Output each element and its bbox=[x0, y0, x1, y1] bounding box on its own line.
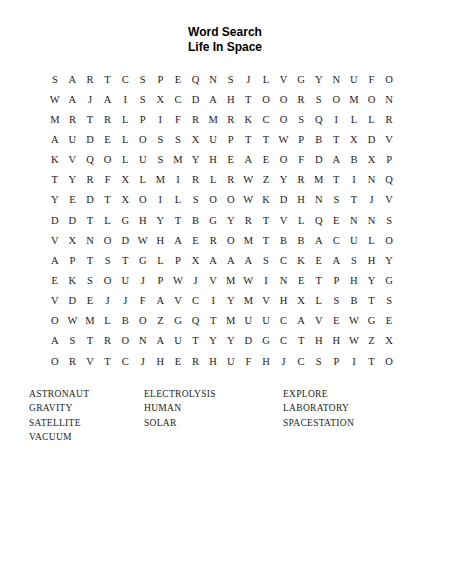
grid-cell-r7c5: X bbox=[116, 190, 134, 210]
grid-cell-r13c2: W bbox=[64, 311, 82, 331]
grid-cell-r15c3: V bbox=[81, 351, 99, 371]
grid-cell-r3c1: M bbox=[46, 109, 64, 129]
grid-cell-r3c9: R bbox=[187, 109, 205, 129]
grid-cell-r1c16: Y bbox=[310, 69, 328, 89]
grid-cell-r13c13: U bbox=[257, 311, 275, 331]
grid-cell-r5c3: Q bbox=[81, 150, 99, 170]
grid-cell-r1c15: G bbox=[292, 69, 310, 89]
grid-cell-r13c14: C bbox=[275, 311, 293, 331]
grid-cell-r12c16: L bbox=[310, 291, 328, 311]
grid-cell-r9c2: X bbox=[64, 230, 82, 250]
grid-cell-r11c12: W bbox=[240, 270, 258, 290]
grid-cell-r6c18: I bbox=[345, 170, 363, 190]
grid-cell-r8c14: V bbox=[275, 210, 293, 230]
grid-cell-r3c13: C bbox=[257, 109, 275, 129]
grid-cell-r14c12: D bbox=[240, 331, 258, 351]
grid-cell-r4c19: D bbox=[363, 129, 381, 149]
grid-cell-r6c11: R bbox=[222, 170, 240, 190]
grid-cell-r9c5: D bbox=[116, 230, 134, 250]
grid-cell-r9c7: H bbox=[152, 230, 170, 250]
grid-cell-r13c6: O bbox=[134, 311, 152, 331]
grid-cell-r4c20: V bbox=[380, 129, 398, 149]
grid-cell-r14c13: G bbox=[257, 331, 275, 351]
grid-cell-r13c10: T bbox=[204, 311, 222, 331]
grid-cell-r1c17: N bbox=[328, 69, 346, 89]
grid-cell-r1c3: R bbox=[81, 69, 99, 89]
grid-cell-r8c16: Q bbox=[310, 210, 328, 230]
grid-cell-r3c19: L bbox=[363, 109, 381, 129]
grid-cell-r7c17: S bbox=[328, 190, 346, 210]
grid-cell-r10c17: A bbox=[328, 250, 346, 270]
grid-cell-r5c12: A bbox=[240, 150, 258, 170]
grid-cell-r6c7: M bbox=[152, 170, 170, 190]
grid-cell-r8c17: E bbox=[328, 210, 346, 230]
grid-cell-r6c8: I bbox=[169, 170, 187, 190]
word-search-grid: SARTCSPEQNSJLVGYNUFOWAJAISXCDAHTOORSOMON… bbox=[46, 69, 398, 371]
grid-cell-r13c7: Z bbox=[152, 311, 170, 331]
grid-cell-r5c7: S bbox=[152, 150, 170, 170]
grid-cell-r7c4: T bbox=[99, 190, 117, 210]
grid-cell-r7c7: I bbox=[152, 190, 170, 210]
grid-cell-r7c13: K bbox=[257, 190, 275, 210]
grid-cell-r1c1: S bbox=[46, 69, 64, 89]
grid-cell-r1c13: L bbox=[257, 69, 275, 89]
grid-cell-r8c19: N bbox=[363, 210, 381, 230]
grid-cell-r15c5: C bbox=[116, 351, 134, 371]
grid-cell-r8c1: D bbox=[46, 210, 64, 230]
grid-cell-r6c4: F bbox=[99, 170, 117, 190]
word-list-item: VACUUM bbox=[29, 430, 89, 444]
grid-cell-r10c6: G bbox=[134, 250, 152, 270]
grid-cell-r13c18: W bbox=[345, 311, 363, 331]
grid-cell-r5c9: Y bbox=[187, 150, 205, 170]
grid-cell-r11c4: O bbox=[99, 270, 117, 290]
grid-cell-r2c9: D bbox=[187, 89, 205, 109]
grid-cell-r5c18: B bbox=[345, 150, 363, 170]
word-list-item: GRAVITY bbox=[29, 401, 89, 415]
grid-cell-r15c13: H bbox=[257, 351, 275, 371]
grid-cell-r8c20: S bbox=[380, 210, 398, 230]
grid-cell-r13c15: A bbox=[292, 311, 310, 331]
word-list-column-1: ASTRONAUTGRAVITYSATELLITEVACUUM bbox=[29, 387, 89, 444]
word-list-item: EXPLORE bbox=[283, 387, 354, 401]
grid-cell-r8c11: Y bbox=[222, 210, 240, 230]
grid-cell-r10c11: A bbox=[222, 250, 240, 270]
grid-cell-r9c12: M bbox=[240, 230, 258, 250]
grid-cell-r12c18: B bbox=[345, 291, 363, 311]
grid-cell-r4c13: T bbox=[257, 129, 275, 149]
grid-cell-r14c3: T bbox=[81, 331, 99, 351]
grid-cell-r13c12: U bbox=[240, 311, 258, 331]
grid-cell-r14c1: A bbox=[46, 331, 64, 351]
grid-cell-r14c19: Z bbox=[363, 331, 381, 351]
grid-cell-r4c9: X bbox=[187, 129, 205, 149]
grid-cell-r3c20: R bbox=[380, 109, 398, 129]
grid-cell-r3c6: P bbox=[134, 109, 152, 129]
grid-cell-r13c11: M bbox=[222, 311, 240, 331]
grid-cell-r4c3: D bbox=[81, 129, 99, 149]
grid-cell-r5c5: L bbox=[116, 150, 134, 170]
grid-cell-r8c9: B bbox=[187, 210, 205, 230]
grid-cell-r2c13: O bbox=[257, 89, 275, 109]
grid-cell-r8c3: T bbox=[81, 210, 99, 230]
grid-cell-r10c7: L bbox=[152, 250, 170, 270]
grid-cell-r5c19: X bbox=[363, 150, 381, 170]
grid-cell-r15c2: R bbox=[64, 351, 82, 371]
grid-cell-r12c13: V bbox=[257, 291, 275, 311]
grid-cell-r3c10: M bbox=[204, 109, 222, 129]
grid-cell-r10c3: T bbox=[81, 250, 99, 270]
grid-cell-r15c6: J bbox=[134, 351, 152, 371]
grid-cell-r6c6: L bbox=[134, 170, 152, 190]
grid-cell-r7c10: O bbox=[204, 190, 222, 210]
word-list-item: SOLAR bbox=[144, 416, 216, 430]
grid-cell-r7c11: O bbox=[222, 190, 240, 210]
grid-cell-r13c3: M bbox=[81, 311, 99, 331]
grid-cell-r6c14: Y bbox=[275, 170, 293, 190]
grid-cell-r13c4: L bbox=[99, 311, 117, 331]
grid-cell-r11c19: Y bbox=[363, 270, 381, 290]
grid-cell-r9c4: O bbox=[99, 230, 117, 250]
grid-cell-r10c18: S bbox=[345, 250, 363, 270]
word-list-item: SATELLITE bbox=[29, 416, 89, 430]
grid-cell-r10c5: T bbox=[116, 250, 134, 270]
grid-cell-r12c12: M bbox=[240, 291, 258, 311]
grid-cell-r12c17: S bbox=[328, 291, 346, 311]
grid-cell-r15c8: E bbox=[169, 351, 187, 371]
grid-cell-r10c12: A bbox=[240, 250, 258, 270]
word-list-item: LABORATORY bbox=[283, 401, 354, 415]
grid-cell-r2c6: S bbox=[134, 89, 152, 109]
grid-cell-r12c19: T bbox=[363, 291, 381, 311]
grid-cell-r4c7: S bbox=[152, 129, 170, 149]
grid-cell-r2c19: O bbox=[363, 89, 381, 109]
grid-cell-r10c8: P bbox=[169, 250, 187, 270]
grid-cell-r7c2: E bbox=[64, 190, 82, 210]
grid-cell-r7c20: V bbox=[380, 190, 398, 210]
grid-cell-r1c12: J bbox=[240, 69, 258, 89]
grid-cell-r12c11: Y bbox=[222, 291, 240, 311]
grid-cell-r13c5: B bbox=[116, 311, 134, 331]
grid-cell-r1c20: O bbox=[380, 69, 398, 89]
grid-cell-r9c20: O bbox=[380, 230, 398, 250]
grid-cell-r14c14: C bbox=[275, 331, 293, 351]
grid-cell-r5c16: D bbox=[310, 150, 328, 170]
grid-cell-r2c7: X bbox=[152, 89, 170, 109]
grid-cell-r7c3: D bbox=[81, 190, 99, 210]
grid-cell-r15c14: J bbox=[275, 351, 293, 371]
grid-cell-r5c11: E bbox=[222, 150, 240, 170]
grid-cell-r9c16: A bbox=[310, 230, 328, 250]
grid-cell-r6c16: M bbox=[310, 170, 328, 190]
grid-cell-r8c4: L bbox=[99, 210, 117, 230]
grid-cell-r2c5: I bbox=[116, 89, 134, 109]
grid-cell-r4c5: L bbox=[116, 129, 134, 149]
grid-cell-r13c17: E bbox=[328, 311, 346, 331]
grid-cell-r3c4: R bbox=[99, 109, 117, 129]
grid-cell-r1c14: V bbox=[275, 69, 293, 89]
grid-cell-r6c9: R bbox=[187, 170, 205, 190]
grid-cell-r12c8: V bbox=[169, 291, 187, 311]
grid-cell-r10c10: A bbox=[204, 250, 222, 270]
word-list-column-2: ELECTROLYSISHUMANSOLAR bbox=[144, 387, 216, 430]
grid-cell-r3c7: I bbox=[152, 109, 170, 129]
grid-cell-r10c14: C bbox=[275, 250, 293, 270]
grid-cell-r1c7: P bbox=[152, 69, 170, 89]
grid-cell-r14c8: U bbox=[169, 331, 187, 351]
grid-cell-r14c16: H bbox=[310, 331, 328, 351]
grid-cell-r7c1: Y bbox=[46, 190, 64, 210]
page-title: Word Search Life In Space bbox=[0, 25, 450, 55]
grid-cell-r10c15: K bbox=[292, 250, 310, 270]
word-list-item: HUMAN bbox=[144, 401, 216, 415]
grid-cell-r9c1: V bbox=[46, 230, 64, 250]
grid-cell-r8c2: D bbox=[64, 210, 82, 230]
grid-cell-r14c5: O bbox=[116, 331, 134, 351]
grid-cell-r11c20: G bbox=[380, 270, 398, 290]
grid-cell-r14c4: R bbox=[99, 331, 117, 351]
grid-cell-r11c10: V bbox=[204, 270, 222, 290]
grid-cell-r5c13: E bbox=[257, 150, 275, 170]
grid-cell-r4c4: E bbox=[99, 129, 117, 149]
grid-cell-r4c10: U bbox=[204, 129, 222, 149]
grid-cell-r1c6: S bbox=[134, 69, 152, 89]
grid-cell-r6c3: R bbox=[81, 170, 99, 190]
grid-cell-r6c10: L bbox=[204, 170, 222, 190]
grid-cell-r11c13: I bbox=[257, 270, 275, 290]
grid-cell-r3c11: R bbox=[222, 109, 240, 129]
grid-cell-r15c12: F bbox=[240, 351, 258, 371]
grid-cell-r6c5: X bbox=[116, 170, 134, 190]
grid-cell-r4c6: O bbox=[134, 129, 152, 149]
grid-cell-r5c2: V bbox=[64, 150, 82, 170]
grid-cell-r14c18: W bbox=[345, 331, 363, 351]
grid-cell-r8c7: Y bbox=[152, 210, 170, 230]
grid-cell-r3c17: I bbox=[328, 109, 346, 129]
grid-cell-r11c17: P bbox=[328, 270, 346, 290]
grid-cell-r7c6: O bbox=[134, 190, 152, 210]
grid-cell-r5c6: U bbox=[134, 150, 152, 170]
grid-cell-r1c18: U bbox=[345, 69, 363, 89]
grid-cell-r2c16: S bbox=[310, 89, 328, 109]
grid-cell-r6c12: W bbox=[240, 170, 258, 190]
grid-cell-r2c3: J bbox=[81, 89, 99, 109]
title-line-1: Word Search bbox=[0, 25, 450, 40]
grid-cell-r14c17: H bbox=[328, 331, 346, 351]
grid-cell-r5c4: O bbox=[99, 150, 117, 170]
grid-cell-r10c1: A bbox=[46, 250, 64, 270]
grid-cell-r15c1: O bbox=[46, 351, 64, 371]
grid-cell-r3c16: Q bbox=[310, 109, 328, 129]
grid-cell-r1c19: F bbox=[363, 69, 381, 89]
grid-cell-r12c3: E bbox=[81, 291, 99, 311]
grid-cell-r9c17: C bbox=[328, 230, 346, 250]
grid-cell-r6c13: Z bbox=[257, 170, 275, 190]
grid-cell-r9c11: O bbox=[222, 230, 240, 250]
grid-cell-r11c14: N bbox=[275, 270, 293, 290]
grid-cell-r15c19: T bbox=[363, 351, 381, 371]
grid-cell-r13c8: G bbox=[169, 311, 187, 331]
grid-cell-r15c20: O bbox=[380, 351, 398, 371]
grid-cell-r1c10: N bbox=[204, 69, 222, 89]
grid-cell-r2c11: H bbox=[222, 89, 240, 109]
grid-cell-r5c10: H bbox=[204, 150, 222, 170]
grid-cell-r1c5: C bbox=[116, 69, 134, 89]
grid-cell-r14c10: Y bbox=[204, 331, 222, 351]
grid-cell-r8c12: R bbox=[240, 210, 258, 230]
grid-cell-r4c16: B bbox=[310, 129, 328, 149]
grid-cell-r12c14: H bbox=[275, 291, 293, 311]
grid-cell-r1c2: A bbox=[64, 69, 82, 89]
grid-cell-r14c7: A bbox=[152, 331, 170, 351]
grid-cell-r11c1: E bbox=[46, 270, 64, 290]
title-line-2: Life In Space bbox=[0, 40, 450, 55]
grid-cell-r2c15: R bbox=[292, 89, 310, 109]
grid-cell-r15c10: H bbox=[204, 351, 222, 371]
grid-cell-r8c15: L bbox=[292, 210, 310, 230]
grid-cell-r5c20: P bbox=[380, 150, 398, 170]
grid-cell-r1c4: T bbox=[99, 69, 117, 89]
grid-cell-r7c15: H bbox=[292, 190, 310, 210]
grid-cell-r14c9: T bbox=[187, 331, 205, 351]
grid-cell-r9c9: E bbox=[187, 230, 205, 250]
grid-cell-r2c10: A bbox=[204, 89, 222, 109]
grid-cell-r7c16: N bbox=[310, 190, 328, 210]
grid-cell-r4c2: U bbox=[64, 129, 82, 149]
grid-cell-r8c6: H bbox=[134, 210, 152, 230]
grid-cell-r12c7: A bbox=[152, 291, 170, 311]
grid-cell-r5c14: O bbox=[275, 150, 293, 170]
grid-cell-r3c15: S bbox=[292, 109, 310, 129]
grid-cell-r11c2: K bbox=[64, 270, 82, 290]
grid-cell-r8c13: T bbox=[257, 210, 275, 230]
grid-cell-r10c13: S bbox=[257, 250, 275, 270]
grid-cell-r12c6: F bbox=[134, 291, 152, 311]
grid-cell-r15c4: T bbox=[99, 351, 117, 371]
grid-cell-r12c1: V bbox=[46, 291, 64, 311]
grid-cell-r6c19: N bbox=[363, 170, 381, 190]
grid-cell-r14c11: Y bbox=[222, 331, 240, 351]
grid-cell-r13c19: G bbox=[363, 311, 381, 331]
grid-cell-r9c15: B bbox=[292, 230, 310, 250]
grid-cell-r9c6: W bbox=[134, 230, 152, 250]
grid-cell-r1c8: E bbox=[169, 69, 187, 89]
grid-cell-r12c5: J bbox=[116, 291, 134, 311]
grid-cell-r1c9: Q bbox=[187, 69, 205, 89]
grid-cell-r3c2: R bbox=[64, 109, 82, 129]
grid-cell-r9c10: R bbox=[204, 230, 222, 250]
grid-cell-r14c6: N bbox=[134, 331, 152, 351]
grid-cell-r5c17: A bbox=[328, 150, 346, 170]
grid-cell-r6c2: Y bbox=[64, 170, 82, 190]
grid-cell-r13c1: O bbox=[46, 311, 64, 331]
grid-cell-r13c9: Q bbox=[187, 311, 205, 331]
grid-cell-r10c9: X bbox=[187, 250, 205, 270]
grid-cell-r11c3: S bbox=[81, 270, 99, 290]
grid-cell-r9c14: B bbox=[275, 230, 293, 250]
grid-cell-r2c2: A bbox=[64, 89, 82, 109]
grid-cell-r15c16: S bbox=[310, 351, 328, 371]
grid-cell-r9c13: T bbox=[257, 230, 275, 250]
grid-cell-r15c15: C bbox=[292, 351, 310, 371]
grid-cell-r10c4: S bbox=[99, 250, 117, 270]
grid-cell-r5c15: F bbox=[292, 150, 310, 170]
grid-cell-r2c1: W bbox=[46, 89, 64, 109]
grid-cell-r6c20: Q bbox=[380, 170, 398, 190]
grid-cell-r12c20: S bbox=[380, 291, 398, 311]
grid-cell-r4c12: T bbox=[240, 129, 258, 149]
grid-cell-r11c6: J bbox=[134, 270, 152, 290]
grid-cell-r10c16: E bbox=[310, 250, 328, 270]
grid-cell-r3c18: L bbox=[345, 109, 363, 129]
grid-cell-r9c19: L bbox=[363, 230, 381, 250]
grid-cell-r5c1: K bbox=[46, 150, 64, 170]
grid-cell-r12c4: J bbox=[99, 291, 117, 311]
grid-cell-r4c1: A bbox=[46, 129, 64, 149]
grid-cell-r3c3: T bbox=[81, 109, 99, 129]
grid-cell-r15c7: H bbox=[152, 351, 170, 371]
grid-cell-r11c11: M bbox=[222, 270, 240, 290]
grid-cell-r10c19: H bbox=[363, 250, 381, 270]
grid-cell-r11c8: W bbox=[169, 270, 187, 290]
grid-cell-r7c18: T bbox=[345, 190, 363, 210]
grid-cell-r7c8: L bbox=[169, 190, 187, 210]
word-list-item: ELECTROLYSIS bbox=[144, 387, 216, 401]
grid-cell-r7c9: S bbox=[187, 190, 205, 210]
grid-cell-r4c17: T bbox=[328, 129, 346, 149]
grid-cell-r12c2: D bbox=[64, 291, 82, 311]
grid-cell-r8c5: G bbox=[116, 210, 134, 230]
grid-cell-r9c18: U bbox=[345, 230, 363, 250]
word-list-column-3: EXPLORELABORATORYSPACESTATION bbox=[283, 387, 354, 430]
grid-cell-r4c8: S bbox=[169, 129, 187, 149]
grid-cell-r4c18: X bbox=[345, 129, 363, 149]
grid-cell-r4c15: P bbox=[292, 129, 310, 149]
grid-cell-r14c15: T bbox=[292, 331, 310, 351]
grid-cell-r6c17: T bbox=[328, 170, 346, 190]
grid-cell-r8c18: N bbox=[345, 210, 363, 230]
grid-cell-r14c2: S bbox=[64, 331, 82, 351]
word-list-item: SPACESTATION bbox=[283, 416, 354, 430]
grid-cell-r5c8: M bbox=[169, 150, 187, 170]
grid-cell-r2c20: N bbox=[380, 89, 398, 109]
grid-cell-r3c12: K bbox=[240, 109, 258, 129]
grid-cell-r2c18: M bbox=[345, 89, 363, 109]
grid-cell-r2c4: A bbox=[99, 89, 117, 109]
grid-cell-r1c11: S bbox=[222, 69, 240, 89]
grid-cell-r15c17: P bbox=[328, 351, 346, 371]
grid-cell-r4c11: P bbox=[222, 129, 240, 149]
grid-cell-r15c18: I bbox=[345, 351, 363, 371]
grid-cell-r11c5: U bbox=[116, 270, 134, 290]
grid-cell-r2c14: O bbox=[275, 89, 293, 109]
grid-cell-r7c14: D bbox=[275, 190, 293, 210]
grid-cell-r15c11: U bbox=[222, 351, 240, 371]
grid-cell-r2c17: O bbox=[328, 89, 346, 109]
grid-cell-r2c8: C bbox=[169, 89, 187, 109]
grid-cell-r11c15: E bbox=[292, 270, 310, 290]
grid-cell-r2c12: T bbox=[240, 89, 258, 109]
grid-cell-r11c18: H bbox=[345, 270, 363, 290]
grid-cell-r9c8: A bbox=[169, 230, 187, 250]
grid-cell-r10c2: P bbox=[64, 250, 82, 270]
grid-cell-r7c19: J bbox=[363, 190, 381, 210]
grid-cell-r9c3: N bbox=[81, 230, 99, 250]
grid-cell-r3c8: F bbox=[169, 109, 187, 129]
grid-cell-r12c15: X bbox=[292, 291, 310, 311]
grid-cell-r3c14: O bbox=[275, 109, 293, 129]
grid-cell-r3c5: L bbox=[116, 109, 134, 129]
